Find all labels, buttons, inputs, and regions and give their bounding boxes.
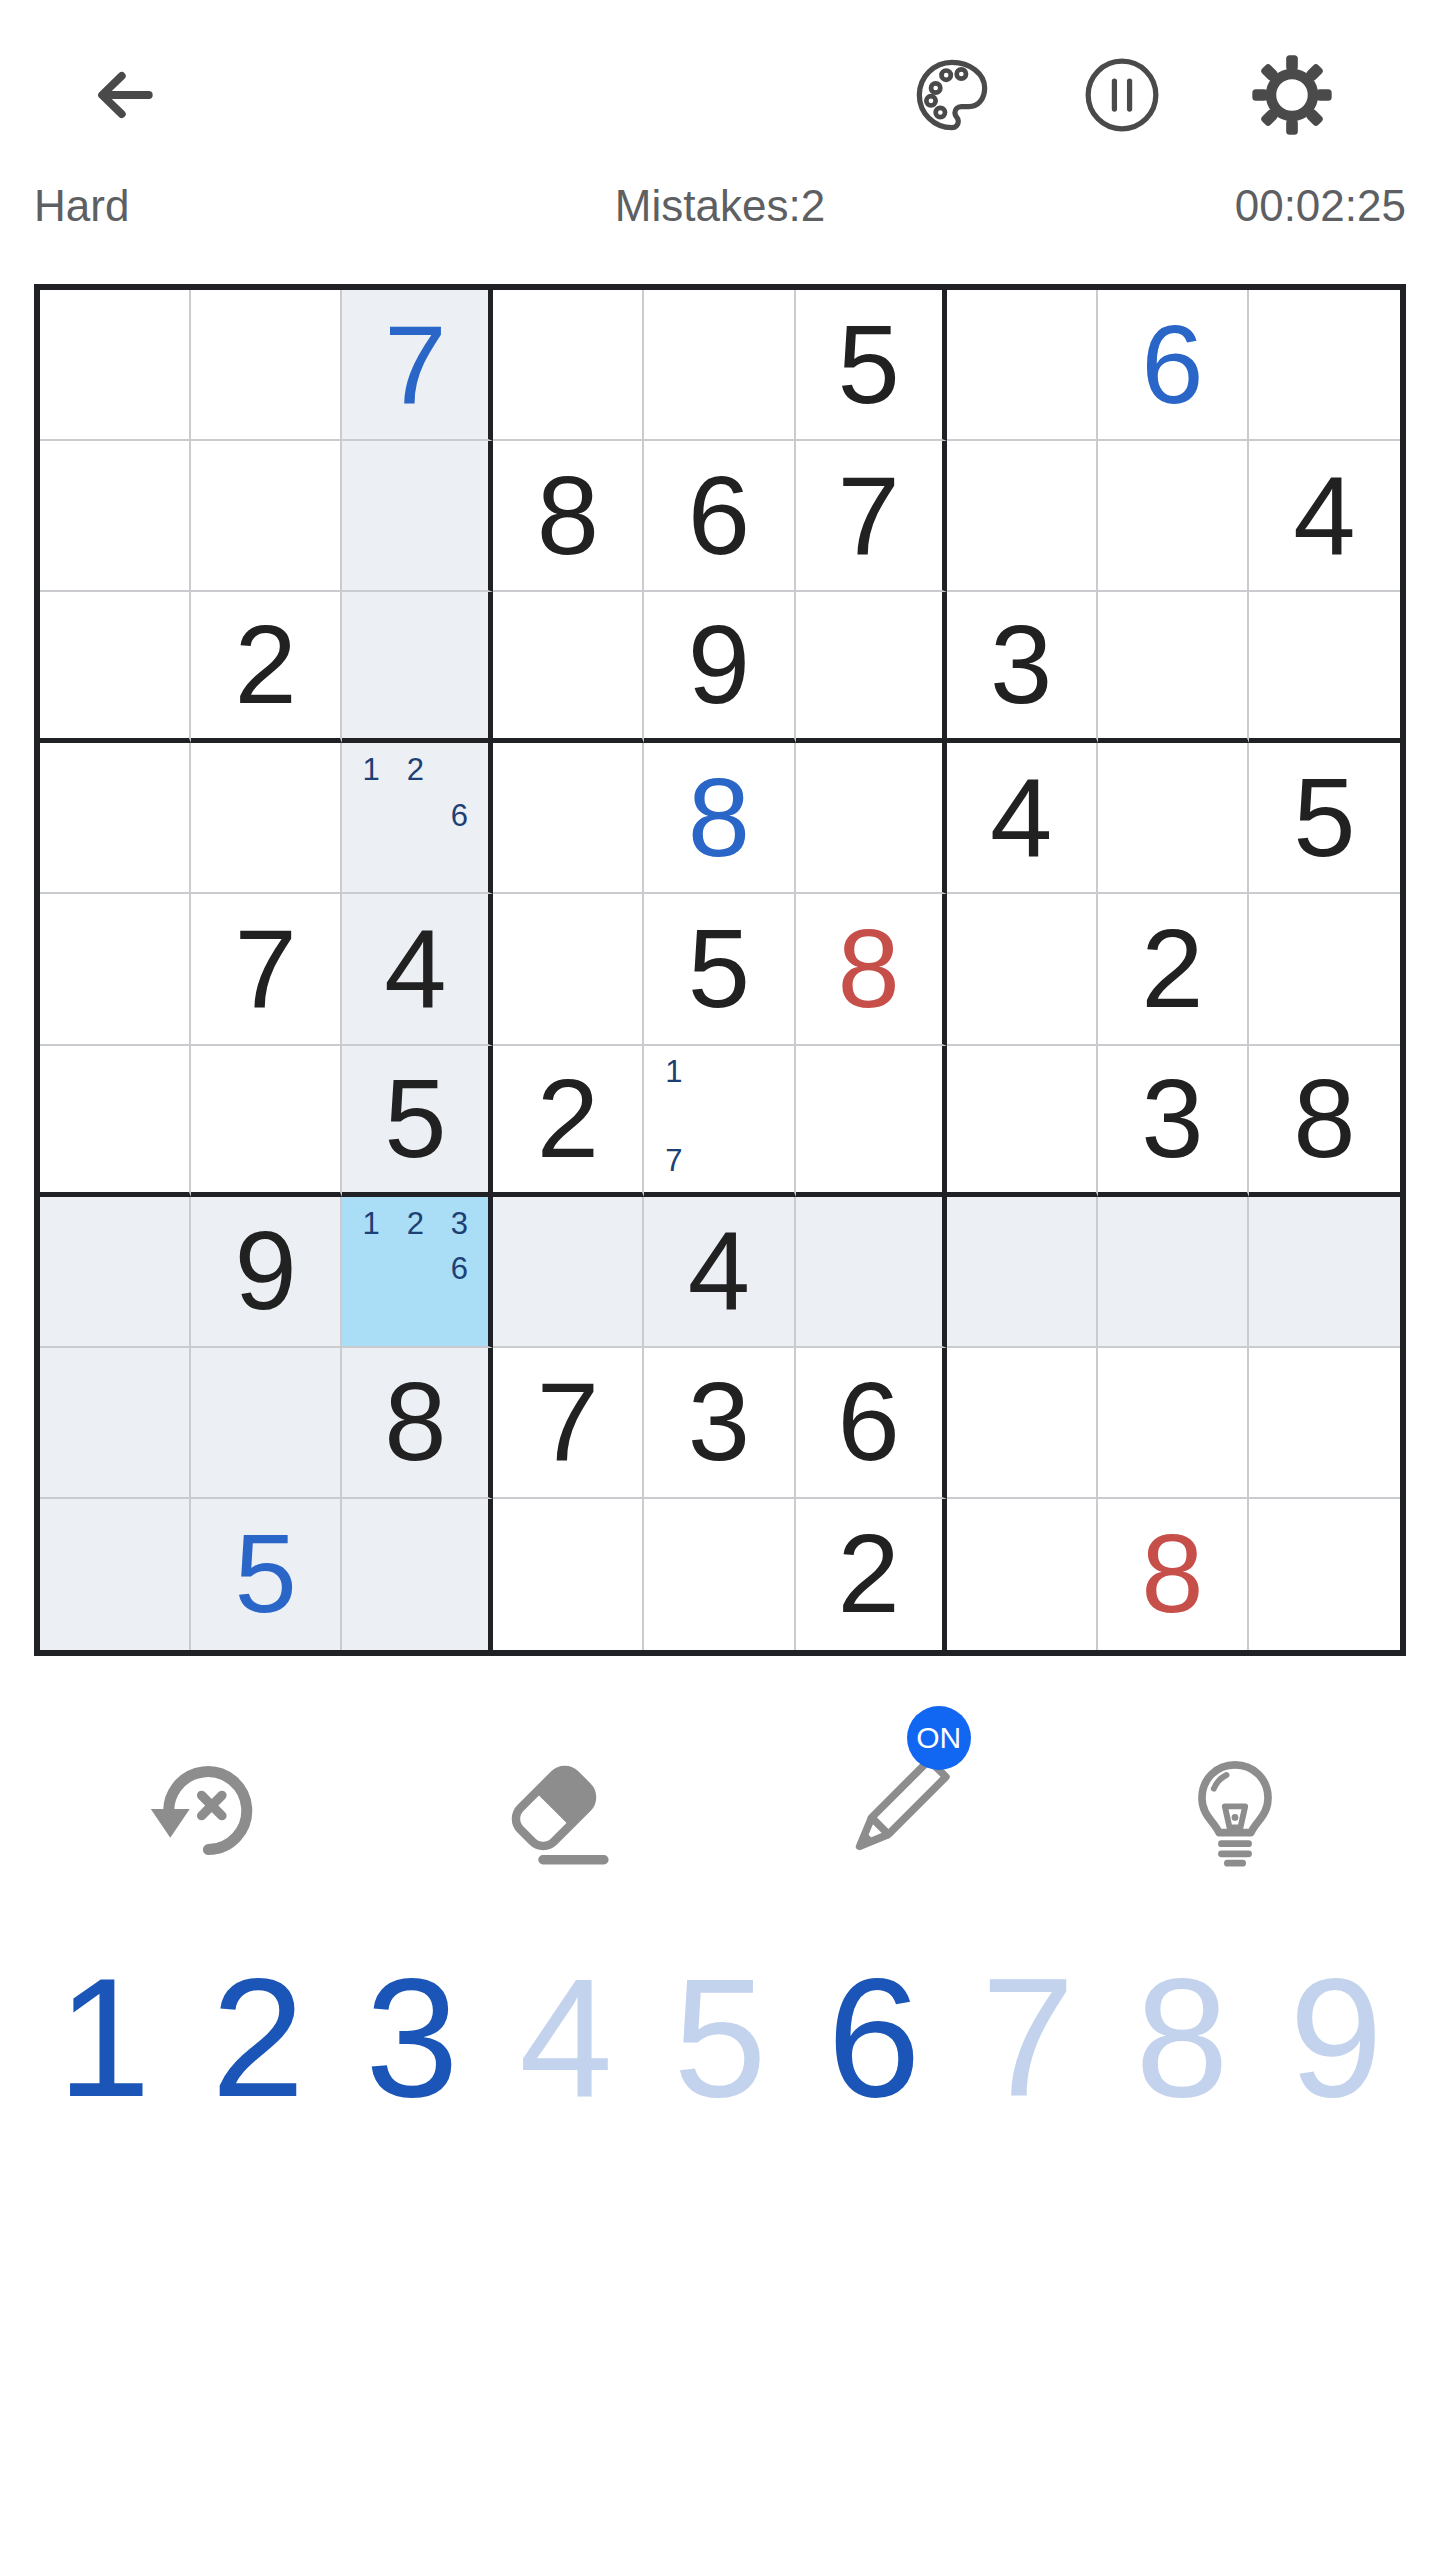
cell-r6c7[interactable] [947,1046,1098,1197]
cell-r7c5[interactable]: 4 [644,1197,795,1348]
sudoku-grid: 7568674293126845745825217389123648736528 [34,284,1406,1656]
cell-r1c3[interactable]: 7 [342,290,493,441]
cell-r8c9[interactable] [1249,1348,1400,1499]
pencil-notes: 17 [651,1050,786,1184]
cell-value: 3 [688,1366,750,1478]
hint-count-badge: 6 [1186,1706,1314,1770]
numpad-digit-3[interactable]: 3 [348,1954,476,2122]
cell-value: 4 [384,913,446,1025]
cell-r2c1[interactable] [40,441,191,592]
undo-button[interactable] [138,1706,272,1878]
cell-value: 3 [1141,1063,1203,1175]
cell-r6c4[interactable]: 2 [493,1046,644,1197]
cell-r4c4[interactable] [493,743,644,894]
cell-r7c8[interactable] [1098,1197,1249,1348]
undo-icon [144,1753,266,1878]
cell-value: 6 [1141,309,1203,421]
tool-bar: ON 6 [0,1706,1440,1878]
cell-r2c7[interactable] [947,441,1098,592]
cell-r4c5[interactable]: 8 [644,743,795,894]
cell-r5c8[interactable]: 2 [1098,894,1249,1045]
mistakes-counter: Mistakes:2 [491,180,948,232]
numpad-digit-8[interactable]: 8 [1118,1954,1246,2122]
cell-r2c9[interactable]: 4 [1249,441,1400,592]
status-bar: Hard Mistakes:2 00:02:25 [34,180,1406,232]
cell-r5c1[interactable] [40,894,191,1045]
cell-r5c5[interactable]: 5 [644,894,795,1045]
numpad-digit-4[interactable]: 4 [502,1954,630,2122]
cell-value: 2 [837,1518,899,1630]
cell-r8c1[interactable] [40,1348,191,1499]
cell-r9c7[interactable] [947,1499,1098,1650]
top-bar [0,0,1440,138]
cell-r6c1[interactable] [40,1046,191,1197]
note-digit: 1 [349,1201,393,1247]
pencil-notes: 1236 [349,1201,481,1338]
cell-r3c6[interactable] [796,592,947,743]
cell-r8c2[interactable] [191,1348,342,1499]
cell-r7c7[interactable] [947,1197,1098,1348]
cell-r8c7[interactable] [947,1348,1098,1499]
cell-value: 7 [537,1366,599,1478]
pause-button[interactable] [1080,54,1164,138]
light-bulb-icon [1174,1753,1296,1878]
cell-r6c8[interactable]: 3 [1098,1046,1249,1197]
cell-r3c9[interactable] [1249,592,1400,743]
cell-r2c5[interactable]: 6 [644,441,795,592]
cell-r7c2[interactable]: 9 [191,1197,342,1348]
note-digit: 1 [349,747,393,793]
cell-value: 8 [688,762,750,874]
pause-icon [1080,53,1164,140]
numpad-digit-7[interactable]: 7 [964,1954,1092,2122]
cell-r1c8[interactable]: 6 [1098,290,1249,441]
cell-r5c6[interactable]: 8 [796,894,947,1045]
note-digit: 7 [651,1139,696,1184]
cell-r5c7[interactable] [947,894,1098,1045]
note-digit: 1 [651,1050,696,1095]
cell-r6c5[interactable]: 17 [644,1046,795,1197]
cell-value: 7 [384,309,446,421]
cell-value: 6 [688,460,750,572]
cell-r7c9[interactable] [1249,1197,1400,1348]
cell-r4c3[interactable]: 126 [342,743,493,894]
back-arrow-icon [88,59,160,134]
hint-button[interactable]: 6 [1168,1706,1302,1878]
cell-r1c6[interactable]: 5 [796,290,947,441]
cell-value: 5 [1293,762,1355,874]
note-digit: 6 [437,1246,481,1292]
settings-button[interactable] [1250,54,1334,138]
note-digit: 2 [393,747,437,793]
cell-r9c2[interactable]: 5 [191,1499,342,1650]
cell-r4c9[interactable]: 5 [1249,743,1400,894]
cell-r9c6[interactable]: 2 [796,1499,947,1650]
cell-value: 5 [235,1518,297,1630]
cell-value: 4 [1293,460,1355,572]
cell-r1c4[interactable] [493,290,644,441]
notes-button[interactable]: ON [825,1706,959,1878]
cell-r1c2[interactable] [191,290,342,441]
number-pad: 123456789 [0,1954,1440,2122]
cell-r7c1[interactable] [40,1197,191,1348]
cell-r2c2[interactable] [191,441,342,592]
cell-r3c8[interactable] [1098,592,1249,743]
difficulty-label: Hard [34,180,491,232]
cell-r3c5[interactable]: 9 [644,592,795,743]
cell-value: 8 [384,1366,446,1478]
cell-r5c9[interactable] [1249,894,1400,1045]
cell-r1c1[interactable] [40,290,191,441]
cell-value: 5 [384,1063,446,1175]
cell-r3c7[interactable]: 3 [947,592,1098,743]
pencil-icon [831,1753,953,1878]
cell-value: 4 [990,762,1052,874]
cell-value: 8 [537,460,599,572]
cell-r6c3[interactable]: 5 [342,1046,493,1197]
cell-value: 6 [837,1366,899,1478]
cell-r8c5[interactable]: 3 [644,1348,795,1499]
cell-r5c4[interactable] [493,894,644,1045]
note-digit: 6 [437,793,481,839]
note-digit: 3 [437,1201,481,1247]
cell-r6c2[interactable] [191,1046,342,1197]
numpad-digit-2[interactable]: 2 [194,1954,322,2122]
cell-value: 3 [990,609,1052,721]
cell-r9c8[interactable]: 8 [1098,1499,1249,1650]
cell-value: 2 [1141,913,1203,1025]
cell-r2c8[interactable] [1098,441,1249,592]
cell-value: 7 [837,460,899,572]
eraser-button[interactable] [481,1706,615,1878]
cell-r2c6[interactable]: 7 [796,441,947,592]
cell-r3c2[interactable]: 2 [191,592,342,743]
cell-r3c4[interactable] [493,592,644,743]
cell-r6c9[interactable]: 8 [1249,1046,1400,1197]
cell-r4c8[interactable] [1098,743,1249,894]
back-button[interactable] [88,60,160,132]
cell-r2c4[interactable]: 8 [493,441,644,592]
cell-r7c3[interactable]: 1236 [342,1197,493,1348]
cell-r3c1[interactable] [40,592,191,743]
cell-value: 8 [837,913,899,1025]
cell-r5c3[interactable]: 4 [342,894,493,1045]
cell-r9c1[interactable] [40,1499,191,1650]
cell-value: 4 [688,1215,750,1327]
cell-value: 8 [1141,1518,1203,1630]
cell-r1c9[interactable] [1249,290,1400,441]
cell-r9c9[interactable] [1249,1499,1400,1650]
cell-value: 5 [688,913,750,1025]
cell-r9c5[interactable] [644,1499,795,1650]
numpad-digit-5[interactable]: 5 [656,1954,784,2122]
cell-r4c2[interactable] [191,743,342,894]
gear-icon [1250,53,1334,140]
cell-r1c7[interactable] [947,290,1098,441]
cell-r5c2[interactable]: 7 [191,894,342,1045]
cell-r7c6[interactable] [796,1197,947,1348]
cell-r2c3[interactable] [342,441,493,592]
cell-r4c1[interactable] [40,743,191,894]
theme-button[interactable] [910,54,994,138]
numpad-digit-1[interactable]: 1 [40,1954,168,2122]
cell-value: 2 [235,609,297,721]
cell-r8c8[interactable] [1098,1348,1249,1499]
cell-value: 9 [688,609,750,721]
cell-r1c5[interactable] [644,290,795,441]
numpad-digit-6[interactable]: 6 [810,1954,938,2122]
cell-r9c3[interactable] [342,1499,493,1650]
cell-r4c7[interactable]: 4 [947,743,1098,894]
notes-mode-badge: ON [907,1706,971,1770]
cell-value: 5 [837,309,899,421]
cell-value: 8 [1293,1063,1355,1175]
cell-value: 7 [235,913,297,1025]
cell-r8c4[interactable]: 7 [493,1348,644,1499]
cell-r8c3[interactable]: 8 [342,1348,493,1499]
cell-value: 2 [537,1063,599,1175]
cell-r3c3[interactable] [342,592,493,743]
cell-value: 9 [235,1215,297,1327]
cell-r4c6[interactable] [796,743,947,894]
eraser-icon [487,1753,609,1878]
palette-icon [910,53,994,140]
cell-r9c4[interactable] [493,1499,644,1650]
cell-r7c4[interactable] [493,1197,644,1348]
pencil-notes: 126 [349,747,481,884]
numpad-digit-9[interactable]: 9 [1272,1954,1400,2122]
note-digit: 2 [393,1201,437,1247]
cell-r6c6[interactable] [796,1046,947,1197]
cell-r8c6[interactable]: 6 [796,1348,947,1499]
timer: 00:02:25 [949,180,1406,232]
